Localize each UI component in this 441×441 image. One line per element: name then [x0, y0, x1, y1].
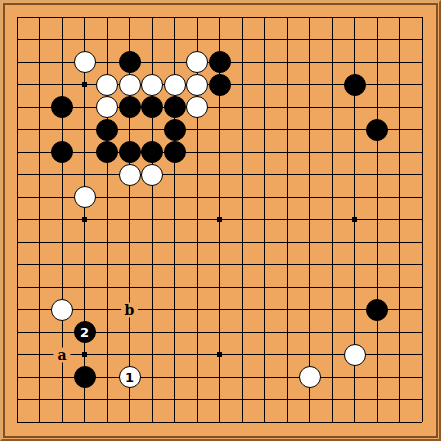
point-M16[interactable] [253, 73, 276, 96]
point-R17[interactable] [366, 51, 389, 74]
point-F8[interactable] [118, 253, 141, 276]
point-O1[interactable] [298, 411, 321, 434]
point-F14[interactable] [118, 118, 141, 141]
point-N5[interactable] [276, 321, 299, 344]
point-T5[interactable] [411, 321, 434, 344]
point-M17[interactable] [253, 51, 276, 74]
point-L7[interactable] [231, 276, 254, 299]
point-E19[interactable] [96, 6, 119, 29]
point-A8[interactable] [6, 253, 29, 276]
point-E9[interactable] [96, 231, 119, 254]
point-E8[interactable] [96, 253, 119, 276]
point-N15[interactable] [276, 96, 299, 119]
point-D10[interactable] [73, 208, 96, 231]
point-L17[interactable] [231, 51, 254, 74]
point-J5[interactable] [186, 321, 209, 344]
point-N8[interactable] [276, 253, 299, 276]
point-G18[interactable] [141, 28, 164, 51]
point-H18[interactable] [163, 28, 186, 51]
point-L11[interactable] [231, 186, 254, 209]
point-C4[interactable]: a [51, 343, 74, 366]
point-K18[interactable] [208, 28, 231, 51]
point-Q10[interactable] [343, 208, 366, 231]
point-O9[interactable] [298, 231, 321, 254]
point-R3[interactable] [366, 366, 389, 389]
point-A7[interactable] [6, 276, 29, 299]
point-A17[interactable] [6, 51, 29, 74]
point-K14[interactable] [208, 118, 231, 141]
point-L14[interactable] [231, 118, 254, 141]
point-B12[interactable] [28, 163, 51, 186]
point-T8[interactable] [411, 253, 434, 276]
point-A14[interactable] [6, 118, 29, 141]
point-G4[interactable] [141, 343, 164, 366]
point-D16[interactable] [73, 73, 96, 96]
point-J15[interactable] [186, 96, 209, 119]
point-G5[interactable] [141, 321, 164, 344]
point-G13[interactable] [141, 141, 164, 164]
point-G14[interactable] [141, 118, 164, 141]
point-C17[interactable] [51, 51, 74, 74]
point-K19[interactable] [208, 6, 231, 29]
point-E3[interactable] [96, 366, 119, 389]
point-H10[interactable] [163, 208, 186, 231]
point-F15[interactable] [118, 96, 141, 119]
point-N11[interactable] [276, 186, 299, 209]
point-G7[interactable] [141, 276, 164, 299]
point-M15[interactable] [253, 96, 276, 119]
point-B14[interactable] [28, 118, 51, 141]
point-F10[interactable] [118, 208, 141, 231]
point-L8[interactable] [231, 253, 254, 276]
point-M14[interactable] [253, 118, 276, 141]
point-L3[interactable] [231, 366, 254, 389]
point-Q14[interactable] [343, 118, 366, 141]
point-J19[interactable] [186, 6, 209, 29]
point-B15[interactable] [28, 96, 51, 119]
point-K16[interactable] [208, 73, 231, 96]
point-O3[interactable] [298, 366, 321, 389]
point-L15[interactable] [231, 96, 254, 119]
point-Q19[interactable] [343, 6, 366, 29]
point-R11[interactable] [366, 186, 389, 209]
point-Q8[interactable] [343, 253, 366, 276]
point-T7[interactable] [411, 276, 434, 299]
point-O14[interactable] [298, 118, 321, 141]
point-P12[interactable] [321, 163, 344, 186]
point-S1[interactable] [388, 411, 411, 434]
point-R19[interactable] [366, 6, 389, 29]
point-F18[interactable] [118, 28, 141, 51]
point-M3[interactable] [253, 366, 276, 389]
point-P7[interactable] [321, 276, 344, 299]
point-N9[interactable] [276, 231, 299, 254]
point-K12[interactable] [208, 163, 231, 186]
point-D8[interactable] [73, 253, 96, 276]
point-F12[interactable] [118, 163, 141, 186]
point-O11[interactable] [298, 186, 321, 209]
point-A1[interactable] [6, 411, 29, 434]
point-S2[interactable] [388, 388, 411, 411]
point-P15[interactable] [321, 96, 344, 119]
point-S17[interactable] [388, 51, 411, 74]
point-L5[interactable] [231, 321, 254, 344]
point-C3[interactable] [51, 366, 74, 389]
point-G1[interactable] [141, 411, 164, 434]
point-J14[interactable] [186, 118, 209, 141]
point-P6[interactable] [321, 298, 344, 321]
point-P18[interactable] [321, 28, 344, 51]
point-A6[interactable] [6, 298, 29, 321]
point-T2[interactable] [411, 388, 434, 411]
point-D18[interactable] [73, 28, 96, 51]
point-G6[interactable] [141, 298, 164, 321]
point-B18[interactable] [28, 28, 51, 51]
point-D5[interactable]: 2 [73, 321, 96, 344]
point-H19[interactable] [163, 6, 186, 29]
point-T3[interactable] [411, 366, 434, 389]
point-K11[interactable] [208, 186, 231, 209]
point-J7[interactable] [186, 276, 209, 299]
point-H5[interactable] [163, 321, 186, 344]
point-L2[interactable] [231, 388, 254, 411]
point-N10[interactable] [276, 208, 299, 231]
point-F7[interactable] [118, 276, 141, 299]
point-R15[interactable] [366, 96, 389, 119]
point-N16[interactable] [276, 73, 299, 96]
point-J1[interactable] [186, 411, 209, 434]
point-D6[interactable] [73, 298, 96, 321]
point-T19[interactable] [411, 6, 434, 29]
point-K1[interactable] [208, 411, 231, 434]
point-Q18[interactable] [343, 28, 366, 51]
point-G9[interactable] [141, 231, 164, 254]
point-K2[interactable] [208, 388, 231, 411]
point-R12[interactable] [366, 163, 389, 186]
point-F5[interactable] [118, 321, 141, 344]
point-E1[interactable] [96, 411, 119, 434]
point-D15[interactable] [73, 96, 96, 119]
point-K13[interactable] [208, 141, 231, 164]
point-O4[interactable] [298, 343, 321, 366]
point-G15[interactable] [141, 96, 164, 119]
point-L10[interactable] [231, 208, 254, 231]
point-G12[interactable] [141, 163, 164, 186]
point-G17[interactable] [141, 51, 164, 74]
point-H11[interactable] [163, 186, 186, 209]
point-R2[interactable] [366, 388, 389, 411]
point-J10[interactable] [186, 208, 209, 231]
point-M18[interactable] [253, 28, 276, 51]
point-J6[interactable] [186, 298, 209, 321]
point-L19[interactable] [231, 6, 254, 29]
point-S6[interactable] [388, 298, 411, 321]
point-P9[interactable] [321, 231, 344, 254]
point-C15[interactable] [51, 96, 74, 119]
point-R8[interactable] [366, 253, 389, 276]
point-D1[interactable] [73, 411, 96, 434]
point-R9[interactable] [366, 231, 389, 254]
point-B16[interactable] [28, 73, 51, 96]
point-D19[interactable] [73, 6, 96, 29]
point-K10[interactable] [208, 208, 231, 231]
point-B11[interactable] [28, 186, 51, 209]
point-F2[interactable] [118, 388, 141, 411]
point-G10[interactable] [141, 208, 164, 231]
point-Q17[interactable] [343, 51, 366, 74]
point-O17[interactable] [298, 51, 321, 74]
point-C19[interactable] [51, 6, 74, 29]
point-Q16[interactable] [343, 73, 366, 96]
point-C5[interactable] [51, 321, 74, 344]
point-K4[interactable] [208, 343, 231, 366]
point-O8[interactable] [298, 253, 321, 276]
point-Q5[interactable] [343, 321, 366, 344]
point-E13[interactable] [96, 141, 119, 164]
point-R6[interactable] [366, 298, 389, 321]
point-F19[interactable] [118, 6, 141, 29]
point-S5[interactable] [388, 321, 411, 344]
point-R1[interactable] [366, 411, 389, 434]
point-L6[interactable] [231, 298, 254, 321]
point-R10[interactable] [366, 208, 389, 231]
point-S13[interactable] [388, 141, 411, 164]
point-O12[interactable] [298, 163, 321, 186]
point-R13[interactable] [366, 141, 389, 164]
point-S3[interactable] [388, 366, 411, 389]
point-R14[interactable] [366, 118, 389, 141]
point-C14[interactable] [51, 118, 74, 141]
point-N19[interactable] [276, 6, 299, 29]
point-J8[interactable] [186, 253, 209, 276]
point-E2[interactable] [96, 388, 119, 411]
point-O6[interactable] [298, 298, 321, 321]
point-H14[interactable] [163, 118, 186, 141]
point-C16[interactable] [51, 73, 74, 96]
point-H9[interactable] [163, 231, 186, 254]
point-D3[interactable] [73, 366, 96, 389]
point-Q4[interactable] [343, 343, 366, 366]
point-D14[interactable] [73, 118, 96, 141]
point-N4[interactable] [276, 343, 299, 366]
point-R4[interactable] [366, 343, 389, 366]
point-B1[interactable] [28, 411, 51, 434]
point-B5[interactable] [28, 321, 51, 344]
point-B8[interactable] [28, 253, 51, 276]
point-L9[interactable] [231, 231, 254, 254]
point-D17[interactable] [73, 51, 96, 74]
point-D2[interactable] [73, 388, 96, 411]
point-E15[interactable] [96, 96, 119, 119]
point-J18[interactable] [186, 28, 209, 51]
point-M19[interactable] [253, 6, 276, 29]
point-K5[interactable] [208, 321, 231, 344]
point-R7[interactable] [366, 276, 389, 299]
point-Q2[interactable] [343, 388, 366, 411]
point-A5[interactable] [6, 321, 29, 344]
point-K6[interactable] [208, 298, 231, 321]
point-T12[interactable] [411, 163, 434, 186]
point-H8[interactable] [163, 253, 186, 276]
point-O13[interactable] [298, 141, 321, 164]
point-H3[interactable] [163, 366, 186, 389]
point-T10[interactable] [411, 208, 434, 231]
point-S15[interactable] [388, 96, 411, 119]
point-K15[interactable] [208, 96, 231, 119]
point-K8[interactable] [208, 253, 231, 276]
point-Q12[interactable] [343, 163, 366, 186]
point-E18[interactable] [96, 28, 119, 51]
point-B6[interactable] [28, 298, 51, 321]
point-C2[interactable] [51, 388, 74, 411]
point-L16[interactable] [231, 73, 254, 96]
point-T14[interactable] [411, 118, 434, 141]
point-M8[interactable] [253, 253, 276, 276]
point-T6[interactable] [411, 298, 434, 321]
point-C9[interactable] [51, 231, 74, 254]
point-A12[interactable] [6, 163, 29, 186]
point-A4[interactable] [6, 343, 29, 366]
point-C13[interactable] [51, 141, 74, 164]
point-Q7[interactable] [343, 276, 366, 299]
point-M6[interactable] [253, 298, 276, 321]
point-F4[interactable] [118, 343, 141, 366]
point-M4[interactable] [253, 343, 276, 366]
point-C6[interactable] [51, 298, 74, 321]
point-M5[interactable] [253, 321, 276, 344]
point-Q3[interactable] [343, 366, 366, 389]
point-R16[interactable] [366, 73, 389, 96]
point-J13[interactable] [186, 141, 209, 164]
point-P2[interactable] [321, 388, 344, 411]
point-A13[interactable] [6, 141, 29, 164]
point-E17[interactable] [96, 51, 119, 74]
point-P13[interactable] [321, 141, 344, 164]
point-E4[interactable] [96, 343, 119, 366]
point-G16[interactable] [141, 73, 164, 96]
point-H13[interactable] [163, 141, 186, 164]
point-E6[interactable] [96, 298, 119, 321]
point-M12[interactable] [253, 163, 276, 186]
point-B4[interactable] [28, 343, 51, 366]
point-Q1[interactable] [343, 411, 366, 434]
point-P3[interactable] [321, 366, 344, 389]
point-J16[interactable] [186, 73, 209, 96]
point-K3[interactable] [208, 366, 231, 389]
point-B3[interactable] [28, 366, 51, 389]
point-Q13[interactable] [343, 141, 366, 164]
point-B13[interactable] [28, 141, 51, 164]
point-F11[interactable] [118, 186, 141, 209]
point-H17[interactable] [163, 51, 186, 74]
point-Q9[interactable] [343, 231, 366, 254]
point-T16[interactable] [411, 73, 434, 96]
point-P16[interactable] [321, 73, 344, 96]
point-C12[interactable] [51, 163, 74, 186]
point-N1[interactable] [276, 411, 299, 434]
point-F6[interactable]: b [118, 298, 141, 321]
point-M2[interactable] [253, 388, 276, 411]
point-G8[interactable] [141, 253, 164, 276]
point-J9[interactable] [186, 231, 209, 254]
point-D12[interactable] [73, 163, 96, 186]
point-C8[interactable] [51, 253, 74, 276]
point-M13[interactable] [253, 141, 276, 164]
point-T4[interactable] [411, 343, 434, 366]
point-T1[interactable] [411, 411, 434, 434]
point-P1[interactable] [321, 411, 344, 434]
point-K17[interactable] [208, 51, 231, 74]
point-E5[interactable] [96, 321, 119, 344]
point-B9[interactable] [28, 231, 51, 254]
point-T15[interactable] [411, 96, 434, 119]
point-P4[interactable] [321, 343, 344, 366]
point-Q15[interactable] [343, 96, 366, 119]
point-H6[interactable] [163, 298, 186, 321]
point-L18[interactable] [231, 28, 254, 51]
point-P10[interactable] [321, 208, 344, 231]
point-H12[interactable] [163, 163, 186, 186]
point-D9[interactable] [73, 231, 96, 254]
point-S12[interactable] [388, 163, 411, 186]
point-G2[interactable] [141, 388, 164, 411]
point-H2[interactable] [163, 388, 186, 411]
point-S11[interactable] [388, 186, 411, 209]
point-M7[interactable] [253, 276, 276, 299]
point-C1[interactable] [51, 411, 74, 434]
point-A15[interactable] [6, 96, 29, 119]
point-L13[interactable] [231, 141, 254, 164]
point-G3[interactable] [141, 366, 164, 389]
point-J4[interactable] [186, 343, 209, 366]
point-L1[interactable] [231, 411, 254, 434]
point-A11[interactable] [6, 186, 29, 209]
point-J11[interactable] [186, 186, 209, 209]
point-E7[interactable] [96, 276, 119, 299]
point-E12[interactable] [96, 163, 119, 186]
point-M10[interactable] [253, 208, 276, 231]
point-S9[interactable] [388, 231, 411, 254]
point-E11[interactable] [96, 186, 119, 209]
point-H7[interactable] [163, 276, 186, 299]
point-A2[interactable] [6, 388, 29, 411]
point-E14[interactable] [96, 118, 119, 141]
point-O18[interactable] [298, 28, 321, 51]
point-B17[interactable] [28, 51, 51, 74]
point-D4[interactable] [73, 343, 96, 366]
point-N13[interactable] [276, 141, 299, 164]
point-S18[interactable] [388, 28, 411, 51]
point-E10[interactable] [96, 208, 119, 231]
point-O19[interactable] [298, 6, 321, 29]
point-P8[interactable] [321, 253, 344, 276]
point-N7[interactable] [276, 276, 299, 299]
point-S14[interactable] [388, 118, 411, 141]
point-H4[interactable] [163, 343, 186, 366]
point-J3[interactable] [186, 366, 209, 389]
point-A10[interactable] [6, 208, 29, 231]
point-F1[interactable] [118, 411, 141, 434]
point-F13[interactable] [118, 141, 141, 164]
point-B10[interactable] [28, 208, 51, 231]
point-B7[interactable] [28, 276, 51, 299]
point-B2[interactable] [28, 388, 51, 411]
point-F9[interactable] [118, 231, 141, 254]
point-J2[interactable] [186, 388, 209, 411]
point-T11[interactable] [411, 186, 434, 209]
point-T13[interactable] [411, 141, 434, 164]
point-T18[interactable] [411, 28, 434, 51]
